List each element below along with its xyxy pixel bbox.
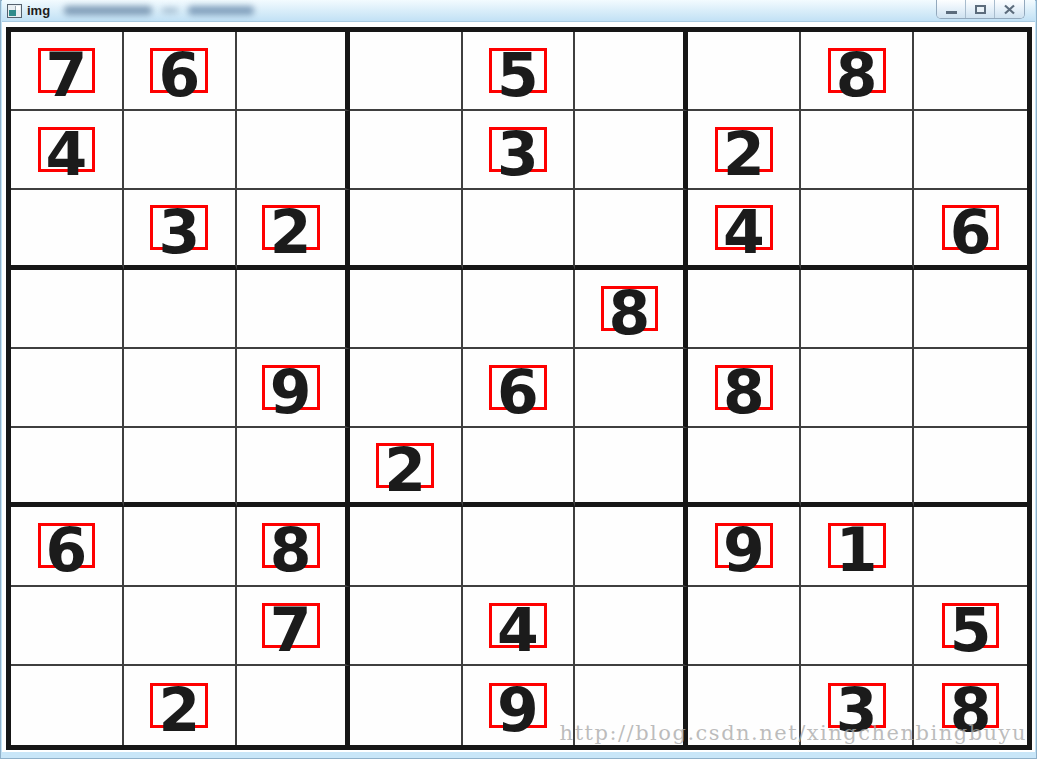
cell-r8c5: 4 [463, 587, 576, 666]
cell-r8c4 [350, 587, 463, 666]
app-icon [7, 4, 22, 18]
cell-r3c9: 6 [914, 190, 1027, 269]
cell-r7c8: 1 [801, 507, 914, 586]
cell-r1c1: 7 [11, 32, 124, 111]
title-bar[interactable]: img [2, 0, 1035, 22]
cell-r9c4 [350, 666, 463, 745]
cell-r4c2 [124, 270, 237, 349]
close-icon [1003, 4, 1016, 15]
cell-r6c1 [11, 428, 124, 507]
cell-r2c2 [124, 111, 237, 190]
cell-r8c6 [575, 587, 688, 666]
cell-r4c7 [688, 270, 801, 349]
cell-r6c3 [237, 428, 350, 507]
cell-r2c8 [801, 111, 914, 190]
cell-r4c6: 8 [575, 270, 688, 349]
title-blurred-dash [162, 8, 178, 13]
cell-r8c1 [11, 587, 124, 666]
given-digit: 8 [262, 523, 320, 568]
cell-r1c5: 5 [463, 32, 576, 111]
cell-r6c6 [575, 428, 688, 507]
window-controls [936, 0, 1025, 19]
cell-r3c1 [11, 190, 124, 269]
cell-r7c5 [463, 507, 576, 586]
cell-r4c3 [237, 270, 350, 349]
cell-r7c6 [575, 507, 688, 586]
cell-r4c4 [350, 270, 463, 349]
given-digit: 5 [942, 603, 1000, 648]
cell-r3c5 [463, 190, 576, 269]
cell-r5c7: 8 [688, 349, 801, 428]
given-digit: 2 [150, 683, 208, 728]
cell-r2c7: 2 [688, 111, 801, 190]
given-digit: 6 [38, 523, 96, 568]
cell-r2c5: 3 [463, 111, 576, 190]
cell-r9c3 [237, 666, 350, 745]
cell-r8c2 [124, 587, 237, 666]
cell-r5c2 [124, 349, 237, 428]
cell-r4c1 [11, 270, 124, 349]
given-digit: 6 [942, 205, 1000, 250]
given-digit: 7 [38, 48, 96, 93]
cell-r6c2 [124, 428, 237, 507]
given-digit: 8 [601, 286, 659, 331]
restore-button[interactable] [966, 0, 995, 18]
cell-r8c9: 5 [914, 587, 1027, 666]
given-digit: 5 [489, 48, 547, 93]
close-button[interactable] [995, 0, 1024, 18]
cell-r3c4 [350, 190, 463, 269]
cell-r7c1: 6 [11, 507, 124, 586]
cell-r7c4 [350, 507, 463, 586]
cell-r5c9 [914, 349, 1027, 428]
cell-r2c6 [575, 111, 688, 190]
cell-r7c2 [124, 507, 237, 586]
given-digit: 8 [828, 48, 886, 93]
cell-r3c7: 4 [688, 190, 801, 269]
cell-r5c3: 9 [237, 349, 350, 428]
given-digit: 2 [262, 205, 320, 250]
cell-r8c7 [688, 587, 801, 666]
cell-r5c6 [575, 349, 688, 428]
cell-r2c4 [350, 111, 463, 190]
given-digit: 4 [489, 603, 547, 648]
cell-r1c9 [914, 32, 1027, 111]
given-digit: 6 [489, 365, 547, 410]
cell-r4c5 [463, 270, 576, 349]
cell-r1c6 [575, 32, 688, 111]
cell-r9c1 [11, 666, 124, 745]
cell-r6c5 [463, 428, 576, 507]
given-digit: 8 [715, 365, 773, 410]
given-digit: 3 [150, 205, 208, 250]
cell-r4c8 [801, 270, 914, 349]
given-digit: 1 [828, 523, 886, 568]
cell-r9c5: 9 [463, 666, 576, 745]
cell-r7c7: 9 [688, 507, 801, 586]
cell-r2c1: 4 [11, 111, 124, 190]
cell-r7c3: 8 [237, 507, 350, 586]
cell-r9c2: 2 [124, 666, 237, 745]
cell-r6c8 [801, 428, 914, 507]
cell-r1c3 [237, 32, 350, 111]
given-digit: 9 [715, 523, 773, 568]
cell-r5c8 [801, 349, 914, 428]
cell-r8c8 [801, 587, 914, 666]
cell-r5c5: 6 [463, 349, 576, 428]
given-digit: 4 [38, 127, 96, 172]
restore-icon [975, 5, 986, 14]
given-digit: 4 [715, 205, 773, 250]
cell-r6c7 [688, 428, 801, 507]
given-digit: 2 [376, 443, 434, 488]
cell-r7c9 [914, 507, 1027, 586]
cell-r2c3 [237, 111, 350, 190]
cell-r1c2: 6 [124, 32, 237, 111]
given-digit: 3 [489, 127, 547, 172]
given-digit: 9 [489, 683, 547, 728]
cell-r1c7 [688, 32, 801, 111]
cell-r3c6 [575, 190, 688, 269]
minimize-icon [946, 11, 957, 14]
window-title: img [27, 3, 50, 18]
minimize-button[interactable] [937, 0, 966, 18]
title-blurred-text-2 [188, 6, 254, 15]
cell-r4c9 [914, 270, 1027, 349]
title-blurred-text [64, 6, 152, 15]
given-digit: 2 [715, 127, 773, 172]
app-window: img 765843232468968268917452938 http://b… [0, 0, 1037, 759]
given-digit: 7 [262, 603, 320, 648]
given-digit: 9 [262, 365, 320, 410]
cell-r3c8 [801, 190, 914, 269]
cell-r6c9 [914, 428, 1027, 507]
cell-r2c9 [914, 111, 1027, 190]
cell-r1c4 [350, 32, 463, 111]
sudoku-board: 765843232468968268917452938 [6, 27, 1032, 750]
cell-r1c8: 8 [801, 32, 914, 111]
cell-r3c2: 3 [124, 190, 237, 269]
watermark-url: http://blog.csdn.net/xingchenbingbuyu [560, 721, 1027, 745]
cell-r5c4 [350, 349, 463, 428]
cell-r3c3: 2 [237, 190, 350, 269]
given-digit: 6 [150, 48, 208, 93]
cell-r6c4: 2 [350, 428, 463, 507]
cell-r8c3: 7 [237, 587, 350, 666]
cell-r5c1 [11, 349, 124, 428]
